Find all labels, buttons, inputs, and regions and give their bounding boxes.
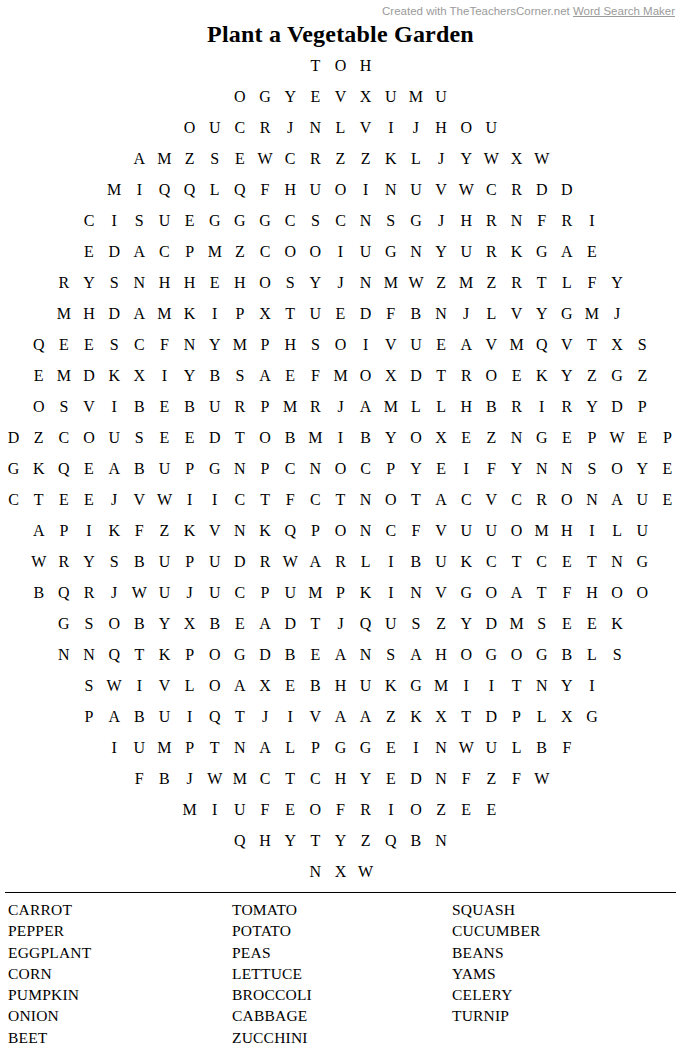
letter-cell: M (152, 732, 177, 763)
letter-cell: C (479, 546, 504, 577)
letter-cell: T (26, 484, 51, 515)
letter-cell: Z (479, 422, 504, 453)
letter-cell: Y (202, 329, 227, 360)
letter-cell: B (127, 546, 152, 577)
word-list-column: CARROTPEPPEREGGPLANTCORNPUMPKINONIONBEET (8, 899, 232, 1047)
empty-cell (51, 794, 76, 825)
letter-cell: P (76, 701, 101, 732)
letter-cell: L (177, 670, 202, 701)
letter-cell: C (278, 143, 303, 174)
letter-cell: R (504, 174, 529, 205)
letter-cell: A (127, 236, 152, 267)
letter-cell: Q (378, 825, 403, 856)
letter-cell: Y (152, 608, 177, 639)
letter-cell: I (378, 577, 403, 608)
letter-cell: Q (227, 174, 252, 205)
letter-cell: K (26, 453, 51, 484)
empty-cell (102, 794, 127, 825)
letter-cell: S (127, 422, 152, 453)
puzzle-title: Plant a Vegetable Garden (0, 21, 681, 47)
letter-cell: Z (227, 236, 252, 267)
letter-cell: I (529, 391, 554, 422)
letter-cell: L (504, 732, 529, 763)
letter-cell: P (177, 236, 202, 267)
word-list-item: CELERY (452, 984, 676, 1005)
empty-cell (127, 825, 152, 856)
letter-cell: M (102, 174, 127, 205)
letter-cell: W (403, 267, 428, 298)
letter-cell: H (454, 391, 479, 422)
letter-cell: E (76, 453, 101, 484)
empty-cell (1, 856, 26, 887)
letter-cell: N (353, 639, 378, 670)
empty-cell (403, 856, 428, 887)
letter-cell: V (504, 298, 529, 329)
letter-cell: O (26, 391, 51, 422)
letter-cell: C (227, 577, 252, 608)
letter-cell: B (353, 422, 378, 453)
letter-cell: S (102, 267, 127, 298)
empty-cell (1, 825, 26, 856)
letter-cell: M (177, 794, 202, 825)
empty-cell (76, 825, 101, 856)
empty-cell (655, 360, 680, 391)
empty-cell (655, 174, 680, 205)
letter-cell: Z (479, 267, 504, 298)
letter-cell: A (328, 639, 353, 670)
empty-cell (454, 856, 479, 887)
letter-cell: G (529, 422, 554, 453)
word-list-column: TOMATOPOTATOPEASLETTUCEBROCCOLICABBAGEZU… (232, 899, 452, 1047)
empty-cell (26, 143, 51, 174)
letter-cell: M (227, 329, 252, 360)
letter-cell: P (252, 453, 277, 484)
letter-cell: Y (278, 825, 303, 856)
empty-cell (1, 515, 26, 546)
empty-cell (655, 670, 680, 701)
credit-prefix: Created with TheTeachersCorner.net (382, 5, 573, 17)
letter-cell: S (202, 143, 227, 174)
letter-cell: C (51, 422, 76, 453)
letter-cell: O (454, 639, 479, 670)
letter-cell: M (303, 577, 328, 608)
letter-cell: C (152, 236, 177, 267)
letter-cell: L (278, 732, 303, 763)
word-list-item: BEANS (452, 942, 676, 963)
letter-cell: A (102, 701, 127, 732)
letter-cell: X (328, 856, 353, 887)
letter-cell: S (102, 329, 127, 360)
letter-cell: S (51, 391, 76, 422)
empty-cell (51, 670, 76, 701)
letter-cell: Z (429, 267, 454, 298)
empty-cell (554, 81, 579, 112)
empty-cell (630, 112, 655, 143)
letter-cell: G (202, 453, 227, 484)
letter-cell: O (202, 670, 227, 701)
letter-cell: Q (152, 174, 177, 205)
empty-cell (655, 236, 680, 267)
letter-cell: Z (479, 763, 504, 794)
letter-cell: S (378, 639, 403, 670)
letter-cell: X (504, 143, 529, 174)
empty-cell (579, 81, 604, 112)
letter-cell: N (504, 205, 529, 236)
letter-cell: S (529, 608, 554, 639)
letter-cell: L (202, 174, 227, 205)
letter-cell: U (630, 484, 655, 515)
letter-cell: U (479, 515, 504, 546)
letter-cell: B (202, 608, 227, 639)
letter-cell: G (630, 546, 655, 577)
letter-cell: Y (630, 453, 655, 484)
letter-cell: Y (554, 670, 579, 701)
letter-cell: I (378, 546, 403, 577)
letter-cell: U (152, 546, 177, 577)
letter-cell: W (202, 763, 227, 794)
letter-cell: T (454, 701, 479, 732)
letter-cell: G (479, 639, 504, 670)
empty-cell (630, 174, 655, 205)
letter-cell: M (454, 267, 479, 298)
empty-cell (278, 856, 303, 887)
empty-cell (26, 639, 51, 670)
letter-cell: T (579, 546, 604, 577)
letter-cell: E (579, 608, 604, 639)
empty-cell (102, 112, 127, 143)
letter-cell: V (328, 81, 353, 112)
letter-cell: H (454, 205, 479, 236)
letter-cell: I (202, 298, 227, 329)
letter-cell: F (403, 515, 428, 546)
empty-cell (76, 763, 101, 794)
empty-cell (630, 608, 655, 639)
letter-cell: O (605, 577, 630, 608)
word-list-item: LETTUCE (232, 963, 452, 984)
letter-cell: Y (579, 391, 604, 422)
letter-cell: E (429, 329, 454, 360)
letter-cell: I (102, 205, 127, 236)
empty-cell (51, 112, 76, 143)
letter-cell: Y (76, 267, 101, 298)
letter-cell: T (303, 825, 328, 856)
empty-cell (579, 763, 604, 794)
empty-cell (76, 143, 101, 174)
letter-cell: Y (454, 143, 479, 174)
letter-cell: T (328, 484, 353, 515)
empty-cell (227, 856, 252, 887)
letter-cell: W (605, 422, 630, 453)
letter-cell: O (479, 360, 504, 391)
letter-cell: F (378, 298, 403, 329)
letter-cell: S (227, 360, 252, 391)
letter-cell: D (1, 422, 26, 453)
letter-cell: W (454, 732, 479, 763)
letter-cell: U (127, 732, 152, 763)
letter-cell: F (127, 515, 152, 546)
letter-cell: F (328, 794, 353, 825)
letter-cell: Y (454, 608, 479, 639)
letter-cell: E (76, 329, 101, 360)
empty-cell (504, 50, 529, 81)
letter-cell: F (454, 763, 479, 794)
letter-cell: O (328, 515, 353, 546)
letter-cell: E (454, 422, 479, 453)
letter-cell: E (454, 794, 479, 825)
letter-cell: Z (177, 143, 202, 174)
letter-cell: N (51, 639, 76, 670)
credit-line: Created with TheTeachersCorner.net Word … (0, 0, 681, 18)
letter-cell: I (378, 112, 403, 143)
letter-cell: N (529, 670, 554, 701)
word-list-item: TOMATO (232, 899, 452, 920)
letter-cell: M (51, 298, 76, 329)
letter-cell: S (579, 453, 604, 484)
letter-cell: B (529, 732, 554, 763)
letter-cell: R (51, 267, 76, 298)
empty-cell (202, 50, 227, 81)
letter-cell: Y (303, 267, 328, 298)
letter-cell: O (630, 577, 655, 608)
empty-cell (655, 546, 680, 577)
letter-cell: C (303, 763, 328, 794)
letter-cell: F (303, 360, 328, 391)
empty-cell (1, 174, 26, 205)
empty-cell (51, 205, 76, 236)
letter-cell: H (429, 112, 454, 143)
letter-cell: A (26, 515, 51, 546)
letter-cell: J (278, 112, 303, 143)
empty-cell (529, 856, 554, 887)
letter-cell: T (579, 329, 604, 360)
letter-cell: A (353, 701, 378, 732)
letter-cell: V (429, 174, 454, 205)
word-list-item: PEPPER (8, 920, 232, 941)
empty-cell (655, 329, 680, 360)
letter-cell: Y (554, 360, 579, 391)
letter-cell: B (127, 608, 152, 639)
letter-cell: E (76, 484, 101, 515)
letter-cell: G (202, 205, 227, 236)
letter-cell: E (26, 360, 51, 391)
letter-cell: I (403, 732, 428, 763)
empty-cell (26, 236, 51, 267)
empty-cell (202, 81, 227, 112)
letter-cell: O (303, 236, 328, 267)
empty-cell (479, 81, 504, 112)
letter-cell: D (403, 763, 428, 794)
letter-cell: S (278, 267, 303, 298)
letter-cell: R (529, 484, 554, 515)
letter-cell: M (51, 360, 76, 391)
word-list-item: ONION (8, 1005, 232, 1026)
letter-cell: I (202, 484, 227, 515)
letter-cell: V (479, 329, 504, 360)
letter-cell: U (479, 732, 504, 763)
empty-cell (127, 856, 152, 887)
empty-cell (605, 701, 630, 732)
letter-cell: P (579, 422, 604, 453)
letter-cell: J (403, 112, 428, 143)
letter-cell: O (328, 50, 353, 81)
letter-cell: D (76, 360, 101, 391)
letter-cell: C (252, 763, 277, 794)
letter-cell: C (227, 112, 252, 143)
empty-cell (655, 856, 680, 887)
letter-cell: Q (51, 577, 76, 608)
letter-cell: F (252, 794, 277, 825)
letter-cell: C (127, 329, 152, 360)
empty-cell (127, 81, 152, 112)
letter-cell: S (127, 205, 152, 236)
letter-cell: E (76, 236, 101, 267)
letter-cell: F (152, 329, 177, 360)
empty-cell (655, 825, 680, 856)
empty-cell (1, 763, 26, 794)
empty-cell (630, 50, 655, 81)
letter-cell: Y (504, 453, 529, 484)
empty-cell (1, 639, 26, 670)
letter-cell: G (353, 732, 378, 763)
letter-cell: A (252, 608, 277, 639)
letter-cell: P (378, 453, 403, 484)
letter-cell: G (51, 608, 76, 639)
letter-cell: N (353, 267, 378, 298)
empty-cell (479, 856, 504, 887)
letter-cell: D (102, 298, 127, 329)
letter-cell: D (202, 422, 227, 453)
empty-cell (579, 825, 604, 856)
letter-cell: O (227, 81, 252, 112)
letter-cell: D (278, 608, 303, 639)
word-list-item: TURNIP (452, 1005, 676, 1026)
letter-cell: A (328, 701, 353, 732)
letter-cell: E (202, 267, 227, 298)
empty-cell (655, 639, 680, 670)
empty-cell (605, 794, 630, 825)
empty-cell (76, 174, 101, 205)
empty-cell (51, 143, 76, 174)
letter-cell: F (554, 732, 579, 763)
letter-cell: Z (429, 794, 454, 825)
letter-cell: B (26, 577, 51, 608)
empty-cell (26, 670, 51, 701)
empty-cell (76, 112, 101, 143)
letter-cell: I (454, 670, 479, 701)
letter-cell: E (479, 794, 504, 825)
letter-cell: W (26, 546, 51, 577)
empty-cell (579, 50, 604, 81)
letter-cell: V (76, 391, 101, 422)
letter-cell: E (51, 329, 76, 360)
letter-cell: O (378, 484, 403, 515)
letter-cell: R (252, 112, 277, 143)
letter-cell: U (202, 577, 227, 608)
letter-cell: Z (328, 143, 353, 174)
empty-cell (26, 174, 51, 205)
word-search-maker-link[interactable]: Word Search Maker (573, 5, 675, 17)
letter-cell: K (605, 608, 630, 639)
letter-cell: L (579, 639, 604, 670)
empty-cell (252, 50, 277, 81)
empty-cell (529, 81, 554, 112)
letter-cell: C (1, 484, 26, 515)
letter-cell: A (252, 732, 277, 763)
letter-cell: N (76, 639, 101, 670)
letter-cell: J (102, 577, 127, 608)
letter-cell: S (630, 329, 655, 360)
letter-cell: E (152, 391, 177, 422)
letter-cell: T (278, 763, 303, 794)
letter-cell: I (278, 701, 303, 732)
empty-cell (554, 143, 579, 174)
letter-cell: Q (177, 174, 202, 205)
letter-cell: U (378, 608, 403, 639)
letter-cell: T (278, 298, 303, 329)
letter-cell: N (227, 732, 252, 763)
letter-cell: X (353, 81, 378, 112)
empty-cell (554, 794, 579, 825)
letter-cell: S (303, 329, 328, 360)
letter-cell: Q (278, 515, 303, 546)
letter-cell: H (252, 825, 277, 856)
letter-cell: H (554, 515, 579, 546)
letter-cell: T (303, 50, 328, 81)
letter-cell: X (605, 329, 630, 360)
letter-cell: X (429, 701, 454, 732)
empty-cell (102, 825, 127, 856)
letter-cell: E (579, 236, 604, 267)
empty-cell (529, 794, 554, 825)
empty-cell (504, 825, 529, 856)
letter-cell: E (227, 608, 252, 639)
letter-cell: E (378, 763, 403, 794)
empty-cell (429, 856, 454, 887)
word-list-item: CORN (8, 963, 232, 984)
word-list-item: SQUASH (452, 899, 676, 920)
empty-cell (630, 81, 655, 112)
letter-cell: W (529, 763, 554, 794)
letter-cell: Z (630, 360, 655, 391)
letter-cell: N (353, 205, 378, 236)
letter-cell: S (378, 205, 403, 236)
letter-cell: G (579, 701, 604, 732)
letter-cell: E (278, 794, 303, 825)
letter-cell: I (353, 329, 378, 360)
letter-cell: S (76, 608, 101, 639)
letter-cell: L (353, 546, 378, 577)
empty-cell (102, 81, 127, 112)
letter-cell: E (328, 298, 353, 329)
letter-cell: T (529, 267, 554, 298)
letter-cell: Z (429, 608, 454, 639)
empty-cell (177, 50, 202, 81)
empty-cell (378, 856, 403, 887)
letter-cell: C (278, 205, 303, 236)
letter-cell: B (278, 422, 303, 453)
letter-cell: Y (353, 763, 378, 794)
empty-cell (655, 143, 680, 174)
letter-cell: X (252, 298, 277, 329)
letter-cell: K (504, 236, 529, 267)
empty-cell (630, 298, 655, 329)
letter-cell: N (227, 515, 252, 546)
letter-cell: O (328, 329, 353, 360)
empty-cell (529, 825, 554, 856)
empty-cell (202, 825, 227, 856)
letter-cell: A (252, 360, 277, 391)
letter-cell: G (252, 205, 277, 236)
